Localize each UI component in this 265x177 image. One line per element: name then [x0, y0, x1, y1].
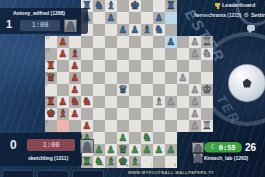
piece-blue-pawn-h12[interactable]: ♟ — [131, 24, 140, 36]
square-e1[interactable]: e♞ — [93, 156, 105, 168]
square-k2[interactable]: ♟ — [165, 144, 177, 156]
square-f6[interactable] — [105, 96, 117, 108]
square-g7[interactable]: ♛ — [117, 84, 129, 96]
square-g1[interactable]: g♚ — [117, 156, 129, 168]
piece-red-pawn-c9[interactable]: ♟ — [71, 60, 80, 72]
square-d10[interactable] — [81, 48, 93, 60]
square-h9[interactable] — [129, 60, 141, 72]
player-name-top-left: Antony_wilfred (1288) — [13, 10, 65, 16]
square-m8[interactable] — [189, 72, 201, 84]
square-k7[interactable] — [165, 84, 177, 96]
rank-label-4: 4 — [46, 121, 48, 125]
square-b11[interactable]: ♟ — [57, 36, 69, 48]
square-f3[interactable] — [105, 132, 117, 144]
square-i2[interactable]: ♟ — [141, 144, 153, 156]
football-pentagon — [243, 79, 252, 88]
square-d5[interactable] — [81, 108, 93, 120]
square-a4[interactable]: 4 — [45, 120, 57, 132]
square-l8[interactable]: ♟ — [177, 72, 189, 84]
player-name-bottom-right: Kintech_lab (1263) — [204, 155, 248, 161]
rank-label-11: 11 — [46, 37, 50, 41]
piece-gray-pawn-k6[interactable]: ♟ — [167, 96, 176, 108]
square-l6[interactable] — [177, 96, 189, 108]
square-l7[interactable] — [177, 84, 189, 96]
square-i9[interactable] — [141, 60, 153, 72]
square-n4[interactable]: ♜ — [201, 120, 213, 132]
square-g11[interactable] — [117, 36, 129, 48]
avatar-bottom-right-small — [193, 153, 203, 163]
rank-label-5: 5 — [46, 109, 48, 113]
square-l14 — [177, 0, 189, 12]
square-d9[interactable] — [81, 60, 93, 72]
square-l9[interactable] — [177, 60, 189, 72]
square-a8[interactable]: 8♛ — [45, 72, 57, 84]
square-g6[interactable] — [117, 96, 129, 108]
square-b9[interactable] — [57, 60, 69, 72]
square-k9[interactable] — [165, 60, 177, 72]
square-k14[interactable]: ♜ — [165, 0, 177, 12]
square-k4[interactable] — [165, 120, 177, 132]
square-n9[interactable] — [201, 60, 213, 72]
square-c4[interactable] — [69, 120, 81, 132]
square-n10[interactable]: ♞ — [201, 48, 213, 60]
square-k1[interactable]: k — [165, 156, 177, 168]
captured-tray-1[interactable] — [2, 170, 34, 177]
square-m7[interactable]: ♟ — [189, 84, 201, 96]
square-j4[interactable] — [153, 120, 165, 132]
square-h5[interactable] — [129, 108, 141, 120]
square-j5[interactable] — [153, 108, 165, 120]
piece-red-pawn-c5[interactable]: ♟ — [71, 108, 80, 120]
piece-gray-rook-n4[interactable]: ♜ — [202, 120, 212, 132]
square-i12[interactable]: ♝ — [141, 24, 153, 36]
square-g4[interactable] — [117, 120, 129, 132]
square-i5[interactable] — [141, 108, 153, 120]
square-k12[interactable] — [165, 24, 177, 36]
square-m6[interactable]: ♟ — [189, 96, 201, 108]
square-a5[interactable]: 5♚ — [45, 108, 57, 120]
square-e3[interactable] — [93, 132, 105, 144]
piece-red-pawn-c8[interactable]: ♟ — [71, 72, 80, 84]
piece-gray-pawn-m11[interactable]: ♟ — [191, 36, 200, 48]
square-m5[interactable]: ♟ — [189, 108, 201, 120]
square-n6[interactable] — [201, 96, 213, 108]
square-f11[interactable] — [105, 36, 117, 48]
piece-red-bishop-c10[interactable]: ♝ — [70, 48, 80, 60]
piece-red-king-a5[interactable]: ♚ — [46, 108, 56, 120]
square-f14[interactable]: ♝ — [105, 0, 117, 12]
square-g13[interactable] — [117, 12, 129, 24]
square-i14[interactable] — [141, 0, 153, 12]
piece-red-pawn-b11[interactable]: ♟ — [59, 36, 68, 48]
square-h13[interactable] — [129, 12, 141, 24]
rank-label-6: 6 — [46, 97, 48, 101]
piece-blue-knight-e14[interactable]: ♞ — [94, 0, 104, 12]
square-e4[interactable] — [93, 120, 105, 132]
piece-blue-pawn-k11[interactable]: ♟ — [167, 36, 176, 48]
square-e5[interactable] — [93, 108, 105, 120]
file-label-h: h — [138, 164, 140, 168]
square-h7[interactable] — [129, 84, 141, 96]
square-h8[interactable] — [129, 72, 141, 84]
square-l12 — [177, 24, 189, 36]
piece-blue-king-h14[interactable]: ♚ — [130, 0, 140, 12]
square-f10[interactable] — [105, 48, 117, 60]
square-g10[interactable] — [117, 48, 129, 60]
piece-gray-pawn-l8[interactable]: ♟ — [179, 72, 188, 84]
square-l11[interactable] — [177, 36, 189, 48]
square-l10[interactable] — [177, 48, 189, 60]
piece-gray-pawn-m5[interactable]: ♟ — [191, 108, 200, 120]
piece-red-knight-c6[interactable]: ♞ — [70, 96, 80, 108]
square-l13 — [177, 12, 189, 24]
square-m12 — [189, 24, 201, 36]
square-d11[interactable] — [81, 36, 93, 48]
football-icon — [228, 64, 265, 102]
square-m9[interactable] — [189, 60, 201, 72]
captured-tray-2[interactable] — [37, 170, 69, 177]
square-g12[interactable]: ♟ — [117, 24, 129, 36]
piece-blue-knight-j12[interactable]: ♞ — [154, 24, 164, 36]
square-m10[interactable]: ♟ — [189, 48, 201, 60]
square-f5[interactable] — [105, 108, 117, 120]
piece-gray-pawn-m10[interactable]: ♟ — [191, 48, 200, 60]
rank-label-7: 7 — [46, 85, 48, 89]
square-e13[interactable] — [93, 12, 105, 24]
file-label-g: g — [126, 164, 128, 168]
square-l4[interactable] — [177, 120, 189, 132]
chat-icon[interactable] — [247, 25, 255, 31]
square-e7[interactable] — [93, 84, 105, 96]
square-c5[interactable]: ♟ — [69, 108, 81, 120]
file-label-d: d — [90, 164, 92, 168]
piece-green-pawn-k2[interactable]: ♟ — [167, 144, 176, 156]
avatar-top-left[interactable] — [64, 19, 77, 32]
square-e8[interactable] — [93, 72, 105, 84]
player-name-bottom-left: sketchling (1311) — [28, 155, 68, 161]
square-e14[interactable]: ♞ — [93, 0, 105, 12]
square-h11[interactable] — [129, 36, 141, 48]
piece-red-pawn-b10[interactable]: ♟ — [59, 48, 68, 60]
square-f13[interactable]: ♟ — [105, 12, 117, 24]
square-i3[interactable]: ♞ — [141, 132, 153, 144]
square-i11[interactable] — [141, 36, 153, 48]
square-l2 — [177, 144, 189, 156]
file-label-i: i — [151, 164, 152, 168]
square-d1[interactable]: d♜ — [81, 156, 93, 168]
square-k8[interactable] — [165, 72, 177, 84]
piece-red-queen-a8[interactable]: ♛ — [46, 72, 56, 84]
player-name-top-right: heroochrania (1215) — [194, 12, 242, 18]
piece-red-pawn-d4[interactable]: ♟ — [83, 120, 92, 132]
file-label-j: j — [163, 164, 164, 168]
square-h1[interactable]: h♝ — [129, 156, 141, 168]
square-f7[interactable] — [105, 84, 117, 96]
file-label-k: k — [174, 164, 176, 168]
settings-label[interactable]: Settings — [251, 12, 265, 18]
piece-red-knight-d6[interactable]: ♞ — [82, 96, 92, 108]
square-f8[interactable] — [105, 72, 117, 84]
square-m14 — [189, 0, 201, 12]
square-b5[interactable]: ♝ — [57, 108, 69, 120]
square-i7[interactable] — [141, 84, 153, 96]
piece-blue-pawn-g12[interactable]: ♟ — [119, 24, 128, 36]
square-f12[interactable] — [105, 24, 117, 36]
piece-green-knight-i3[interactable]: ♞ — [142, 132, 152, 144]
leaderboard-label: Leaderboard — [222, 2, 255, 8]
square-d6[interactable]: ♞ — [81, 96, 93, 108]
square-k3[interactable] — [165, 132, 177, 144]
square-k13[interactable] — [165, 12, 177, 24]
square-f4[interactable] — [105, 120, 117, 132]
square-c10[interactable]: ♝ — [69, 48, 81, 60]
clock-top-left: 1:00 — [20, 20, 60, 31]
square-j8[interactable] — [153, 72, 165, 84]
wallpaper-url-text: WWW.MYFOOTBALL-WALLPAPERS.TV — [106, 170, 236, 175]
square-h14[interactable]: ♚ — [129, 0, 141, 12]
square-b10[interactable]: ♟ — [57, 48, 69, 60]
square-g9[interactable] — [117, 60, 129, 72]
piece-gray-bishop-j6[interactable]: ♝ — [154, 96, 164, 108]
gear-icon[interactable]: ⚙ — [244, 12, 249, 18]
square-m11[interactable]: ♟ — [189, 36, 201, 48]
square-b4[interactable] — [57, 120, 69, 132]
square-c9[interactable]: ♟ — [69, 60, 81, 72]
piece-blue-pawn-f13[interactable]: ♟ — [107, 12, 116, 24]
square-g14[interactable] — [117, 0, 129, 12]
square-e10[interactable] — [93, 48, 105, 60]
square-i1[interactable]: i — [141, 156, 153, 168]
square-j3[interactable] — [153, 132, 165, 144]
piece-gray-pawn-m4[interactable]: ♟ — [191, 120, 200, 132]
square-i8[interactable] — [141, 72, 153, 84]
square-i6[interactable] — [141, 96, 153, 108]
square-f9[interactable] — [105, 60, 117, 72]
piece-green-pawn-i2[interactable]: ♟ — [143, 144, 152, 156]
square-m4[interactable]: ♟ — [189, 120, 201, 132]
file-label-f: f — [115, 164, 116, 168]
piece-red-bishop-b5[interactable]: ♝ — [58, 108, 68, 120]
captured-tray-3[interactable] — [72, 170, 104, 177]
square-l1 — [177, 156, 189, 168]
square-c8[interactable]: ♟ — [69, 72, 81, 84]
square-j11[interactable] — [153, 36, 165, 48]
square-c6[interactable]: ♞ — [69, 96, 81, 108]
square-b8[interactable] — [57, 72, 69, 84]
square-n14 — [201, 0, 213, 12]
square-e11[interactable] — [93, 36, 105, 48]
player-score-bottom-left: 0 — [10, 138, 17, 152]
avatar-bottom-left[interactable] — [80, 139, 94, 153]
square-d8[interactable] — [81, 72, 93, 84]
square-k6[interactable]: ♟ — [165, 96, 177, 108]
square-k5[interactable] — [165, 108, 177, 120]
square-k10[interactable] — [165, 48, 177, 60]
clock-bottom-right: 0:59 — [219, 144, 236, 152]
leaderboard-button[interactable]: Leaderboard — [215, 2, 255, 8]
piece-green-pawn-j2[interactable]: ♟ — [155, 144, 164, 156]
rank-label-8: 8 — [46, 73, 48, 77]
square-i10[interactable] — [141, 48, 153, 60]
rank-label-9: 9 — [46, 61, 48, 65]
clock-bottom-left: 1:00 — [27, 139, 75, 151]
piece-blue-bishop-i12[interactable]: ♝ — [142, 24, 152, 36]
trophy-icon — [215, 3, 220, 7]
app-window: ESTER TER ♜♞♝♚♜♟♟♟♟♟♝♞11♟♟♟♜10♟♝♟♞9♜♟8♛♟… — [0, 0, 265, 177]
square-b7[interactable] — [57, 84, 69, 96]
square-j6[interactable]: ♝ — [153, 96, 165, 108]
square-h12[interactable]: ♟ — [129, 24, 141, 36]
square-l3 — [177, 132, 189, 144]
square-k11[interactable]: ♟ — [165, 36, 177, 48]
top-right-player-row: heroochrania (1215) ⚙ Settings — [194, 12, 265, 18]
square-j12[interactable]: ♞ — [153, 24, 165, 36]
square-h4[interactable] — [129, 120, 141, 132]
square-j14[interactable] — [153, 0, 165, 12]
square-e9[interactable] — [93, 60, 105, 72]
square-n7[interactable]: ♚ — [201, 84, 213, 96]
square-h6[interactable] — [129, 96, 141, 108]
square-e12[interactable] — [93, 24, 105, 36]
piece-blue-bishop-f14[interactable]: ♝ — [106, 0, 116, 12]
square-j9[interactable] — [153, 60, 165, 72]
file-label-e: e — [102, 164, 104, 168]
square-g5[interactable] — [117, 108, 129, 120]
piece-blue-rook-k14[interactable]: ♜ — [166, 0, 176, 12]
piece-gray-pawn-m6[interactable]: ♟ — [191, 96, 200, 108]
square-j10[interactable] — [153, 48, 165, 60]
square-f1[interactable]: f♝ — [105, 156, 117, 168]
piece-gray-king-n7[interactable]: ♚ — [202, 84, 212, 96]
crescent-icon: ☾ — [210, 144, 216, 151]
square-l5[interactable] — [177, 108, 189, 120]
square-h10[interactable] — [129, 48, 141, 60]
square-j2[interactable]: ♟ — [153, 144, 165, 156]
square-e6[interactable] — [93, 96, 105, 108]
player-score-top-left: 1 — [6, 18, 12, 30]
rank-label-10: 10 — [46, 49, 50, 53]
square-h3[interactable] — [129, 132, 141, 144]
square-d4[interactable]: ♟ — [81, 120, 93, 132]
square-j1[interactable]: j — [153, 156, 165, 168]
piece-gray-pawn-m7[interactable]: ♟ — [191, 84, 200, 96]
piece-gray-knight-n10[interactable]: ♞ — [202, 48, 212, 60]
piece-blue-queen-g7[interactable]: ♛ — [118, 84, 128, 96]
square-a11[interactable]: 11 — [45, 36, 57, 48]
